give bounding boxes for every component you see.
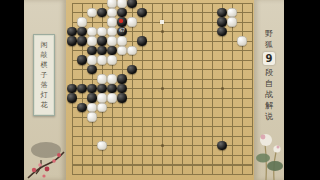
white-stone xyxy=(97,74,106,83)
commentary-caption: 野狐9段自战解说 xyxy=(254,28,284,122)
plaque-char: 落 xyxy=(41,80,48,90)
white-stone xyxy=(237,36,246,45)
black-stone xyxy=(67,84,76,93)
plaque-char: 闲 xyxy=(41,40,48,50)
rank-badge: 9 xyxy=(263,52,275,65)
black-stone xyxy=(77,27,86,36)
black-stone xyxy=(77,103,86,112)
white-stone xyxy=(77,17,86,26)
white-stone xyxy=(97,141,106,150)
white-stone xyxy=(117,36,126,45)
black-stone xyxy=(127,0,136,8)
white-stone xyxy=(87,103,96,112)
white-stone xyxy=(227,17,236,26)
white-stone xyxy=(97,55,106,64)
last-move-red-dot xyxy=(119,19,122,22)
white-stone xyxy=(107,74,116,83)
black-stone xyxy=(97,46,106,55)
black-stone xyxy=(117,84,126,93)
black-stone xyxy=(97,84,106,93)
poem-plaque: 闲敲棋子落灯花 xyxy=(33,34,55,116)
caption-char: 段 xyxy=(265,67,273,78)
left-decor-panel: 闲敲棋子落灯花 xyxy=(24,0,66,180)
white-stone xyxy=(87,36,96,45)
black-stone xyxy=(127,65,136,74)
black-stone xyxy=(77,55,86,64)
white-stone xyxy=(107,8,116,17)
white-stone xyxy=(87,27,96,36)
hoshi-point xyxy=(221,87,224,90)
black-stone xyxy=(117,93,126,102)
black-stone: 67 xyxy=(117,27,126,36)
black-stone xyxy=(87,65,96,74)
black-stone xyxy=(67,27,76,36)
highlight-square-marker xyxy=(160,20,165,25)
caption-char: 自 xyxy=(265,78,273,89)
caption-char: 狐 xyxy=(265,39,273,50)
lotus-painting xyxy=(254,114,284,180)
plaque-char: 花 xyxy=(41,100,48,110)
plaque-char: 灯 xyxy=(41,90,48,100)
black-stone xyxy=(97,36,106,45)
caption-char: 解 xyxy=(265,100,273,111)
plaque-char: 敲 xyxy=(41,50,48,60)
black-stone xyxy=(137,8,146,17)
black-stone xyxy=(87,46,96,55)
white-stone xyxy=(87,112,96,121)
plaque-char: 棋 xyxy=(41,60,48,70)
white-stone xyxy=(107,36,116,45)
go-board[interactable]: 67 xyxy=(66,0,254,180)
move-number: 67 xyxy=(119,29,125,34)
black-stone xyxy=(117,74,126,83)
white-stone xyxy=(107,27,116,36)
black-stone xyxy=(137,36,146,45)
white-stone xyxy=(97,93,106,102)
white-stone xyxy=(107,17,116,26)
black-stone xyxy=(217,17,226,26)
black-stone xyxy=(217,27,226,36)
white-stone xyxy=(227,8,236,17)
black-stone xyxy=(87,93,96,102)
caption-char: 野 xyxy=(265,28,273,39)
caption-char: 战 xyxy=(265,89,273,100)
black-stone xyxy=(87,84,96,93)
white-stone xyxy=(97,27,106,36)
black-stone xyxy=(217,141,226,150)
black-stone xyxy=(217,8,226,17)
white-stone xyxy=(107,0,116,8)
caption-char: 说 xyxy=(265,111,273,122)
white-stone xyxy=(127,46,136,55)
hoshi-point xyxy=(161,30,164,33)
white-stone xyxy=(87,8,96,17)
white-stone xyxy=(117,46,126,55)
black-stone xyxy=(97,8,106,17)
white-stone xyxy=(107,55,116,64)
hoshi-point xyxy=(161,144,164,147)
black-stone xyxy=(77,36,86,45)
black-stone xyxy=(67,93,76,102)
white-stone xyxy=(117,0,126,8)
app-window: 闲敲棋子落灯花 67 野狐9段自战解说 xyxy=(0,0,320,180)
hoshi-point xyxy=(161,87,164,90)
black-stone xyxy=(77,84,86,93)
black-stone xyxy=(107,46,116,55)
black-stone xyxy=(117,8,126,17)
white-stone xyxy=(107,93,116,102)
black-stone xyxy=(107,84,116,93)
white-stone xyxy=(127,17,136,26)
plaque-char: 子 xyxy=(41,70,48,80)
black-stone xyxy=(67,36,76,45)
plum-blossom-painting xyxy=(24,134,66,180)
white-stone xyxy=(97,103,106,112)
right-info-panel: 野狐9段自战解说 xyxy=(254,0,284,180)
white-stone xyxy=(87,55,96,64)
